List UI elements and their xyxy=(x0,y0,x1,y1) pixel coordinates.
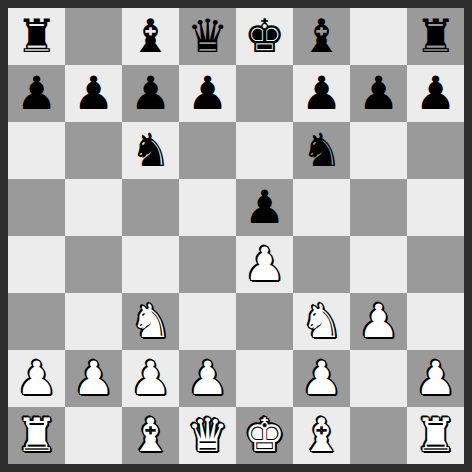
square-e2[interactable] xyxy=(236,350,293,407)
square-g7[interactable]: ♟ xyxy=(350,65,407,122)
black-pawn-piece[interactable]: ♟ xyxy=(415,70,456,116)
square-a7[interactable]: ♟ xyxy=(8,65,65,122)
square-c3[interactable]: ♞ xyxy=(122,293,179,350)
white-knight-piece[interactable]: ♞ xyxy=(301,298,342,344)
square-g4[interactable] xyxy=(350,236,407,293)
square-b1[interactable] xyxy=(65,407,122,464)
square-e5[interactable]: ♟ xyxy=(236,179,293,236)
square-c5[interactable] xyxy=(122,179,179,236)
square-e6[interactable] xyxy=(236,122,293,179)
square-a6[interactable] xyxy=(8,122,65,179)
black-bishop-piece[interactable]: ♝ xyxy=(130,13,171,59)
black-knight-piece[interactable]: ♞ xyxy=(130,127,171,173)
square-d7[interactable]: ♟ xyxy=(179,65,236,122)
square-b3[interactable] xyxy=(65,293,122,350)
black-pawn-piece[interactable]: ♟ xyxy=(130,70,171,116)
black-pawn-piece[interactable]: ♟ xyxy=(16,70,57,116)
square-f6[interactable]: ♞ xyxy=(293,122,350,179)
square-h4[interactable] xyxy=(407,236,464,293)
square-e1[interactable]: ♚ xyxy=(236,407,293,464)
square-f1[interactable]: ♝ xyxy=(293,407,350,464)
white-knight-piece[interactable]: ♞ xyxy=(130,298,171,344)
square-d3[interactable] xyxy=(179,293,236,350)
square-f5[interactable] xyxy=(293,179,350,236)
square-e7[interactable] xyxy=(236,65,293,122)
square-c6[interactable]: ♞ xyxy=(122,122,179,179)
white-pawn-piece[interactable]: ♟ xyxy=(415,355,456,401)
white-pawn-piece[interactable]: ♟ xyxy=(130,355,171,401)
square-h3[interactable] xyxy=(407,293,464,350)
square-d2[interactable]: ♟ xyxy=(179,350,236,407)
square-e4[interactable]: ♟ xyxy=(236,236,293,293)
square-h2[interactable]: ♟ xyxy=(407,350,464,407)
square-d1[interactable]: ♛ xyxy=(179,407,236,464)
square-a5[interactable] xyxy=(8,179,65,236)
black-pawn-piece[interactable]: ♟ xyxy=(73,70,114,116)
square-f3[interactable]: ♞ xyxy=(293,293,350,350)
black-pawn-piece[interactable]: ♟ xyxy=(301,70,342,116)
black-bishop-piece[interactable]: ♝ xyxy=(301,13,342,59)
chess-board: ♜♝♛♚♝♜♟♟♟♟♟♟♟♞♞♟♟♞♞♟♟♟♟♟♟♟♜♝♛♚♝♜ xyxy=(8,8,464,464)
square-a4[interactable] xyxy=(8,236,65,293)
square-h8[interactable]: ♜ xyxy=(407,8,464,65)
square-a3[interactable] xyxy=(8,293,65,350)
square-b7[interactable]: ♟ xyxy=(65,65,122,122)
square-b2[interactable]: ♟ xyxy=(65,350,122,407)
square-g3[interactable]: ♟ xyxy=(350,293,407,350)
white-pawn-piece[interactable]: ♟ xyxy=(358,298,399,344)
white-pawn-piece[interactable]: ♟ xyxy=(187,355,228,401)
black-rook-piece[interactable]: ♜ xyxy=(16,13,57,59)
square-h1[interactable]: ♜ xyxy=(407,407,464,464)
white-pawn-piece[interactable]: ♟ xyxy=(73,355,114,401)
square-g6[interactable] xyxy=(350,122,407,179)
square-b5[interactable] xyxy=(65,179,122,236)
square-a2[interactable]: ♟ xyxy=(8,350,65,407)
square-d5[interactable] xyxy=(179,179,236,236)
square-b4[interactable] xyxy=(65,236,122,293)
white-bishop-piece[interactable]: ♝ xyxy=(301,412,342,458)
black-pawn-piece[interactable]: ♟ xyxy=(187,70,228,116)
square-b8[interactable] xyxy=(65,8,122,65)
square-e8[interactable]: ♚ xyxy=(236,8,293,65)
square-g2[interactable] xyxy=(350,350,407,407)
square-b6[interactable] xyxy=(65,122,122,179)
square-c1[interactable]: ♝ xyxy=(122,407,179,464)
white-queen-piece[interactable]: ♛ xyxy=(187,412,228,458)
white-rook-piece[interactable]: ♜ xyxy=(16,412,57,458)
square-g1[interactable] xyxy=(350,407,407,464)
black-pawn-piece[interactable]: ♟ xyxy=(358,70,399,116)
square-g8[interactable] xyxy=(350,8,407,65)
square-c7[interactable]: ♟ xyxy=(122,65,179,122)
square-h6[interactable] xyxy=(407,122,464,179)
square-f4[interactable] xyxy=(293,236,350,293)
black-king-piece[interactable]: ♚ xyxy=(244,13,285,59)
square-a8[interactable]: ♜ xyxy=(8,8,65,65)
square-a1[interactable]: ♜ xyxy=(8,407,65,464)
white-rook-piece[interactable]: ♜ xyxy=(415,412,456,458)
square-h5[interactable] xyxy=(407,179,464,236)
square-f8[interactable]: ♝ xyxy=(293,8,350,65)
white-pawn-piece[interactable]: ♟ xyxy=(244,241,285,287)
square-d8[interactable]: ♛ xyxy=(179,8,236,65)
square-f2[interactable]: ♟ xyxy=(293,350,350,407)
white-pawn-piece[interactable]: ♟ xyxy=(301,355,342,401)
black-knight-piece[interactable]: ♞ xyxy=(301,127,342,173)
white-pawn-piece[interactable]: ♟ xyxy=(16,355,57,401)
black-pawn-piece[interactable]: ♟ xyxy=(244,184,285,230)
square-f7[interactable]: ♟ xyxy=(293,65,350,122)
square-c2[interactable]: ♟ xyxy=(122,350,179,407)
white-king-piece[interactable]: ♚ xyxy=(244,412,285,458)
square-d4[interactable] xyxy=(179,236,236,293)
black-queen-piece[interactable]: ♛ xyxy=(187,13,228,59)
square-g5[interactable] xyxy=(350,179,407,236)
black-rook-piece[interactable]: ♜ xyxy=(415,13,456,59)
white-bishop-piece[interactable]: ♝ xyxy=(130,412,171,458)
square-c4[interactable] xyxy=(122,236,179,293)
square-e3[interactable] xyxy=(236,293,293,350)
square-c8[interactable]: ♝ xyxy=(122,8,179,65)
chess-board-frame: ♜♝♛♚♝♜♟♟♟♟♟♟♟♞♞♟♟♞♞♟♟♟♟♟♟♟♜♝♛♚♝♜ xyxy=(0,0,472,472)
square-d6[interactable] xyxy=(179,122,236,179)
square-h7[interactable]: ♟ xyxy=(407,65,464,122)
